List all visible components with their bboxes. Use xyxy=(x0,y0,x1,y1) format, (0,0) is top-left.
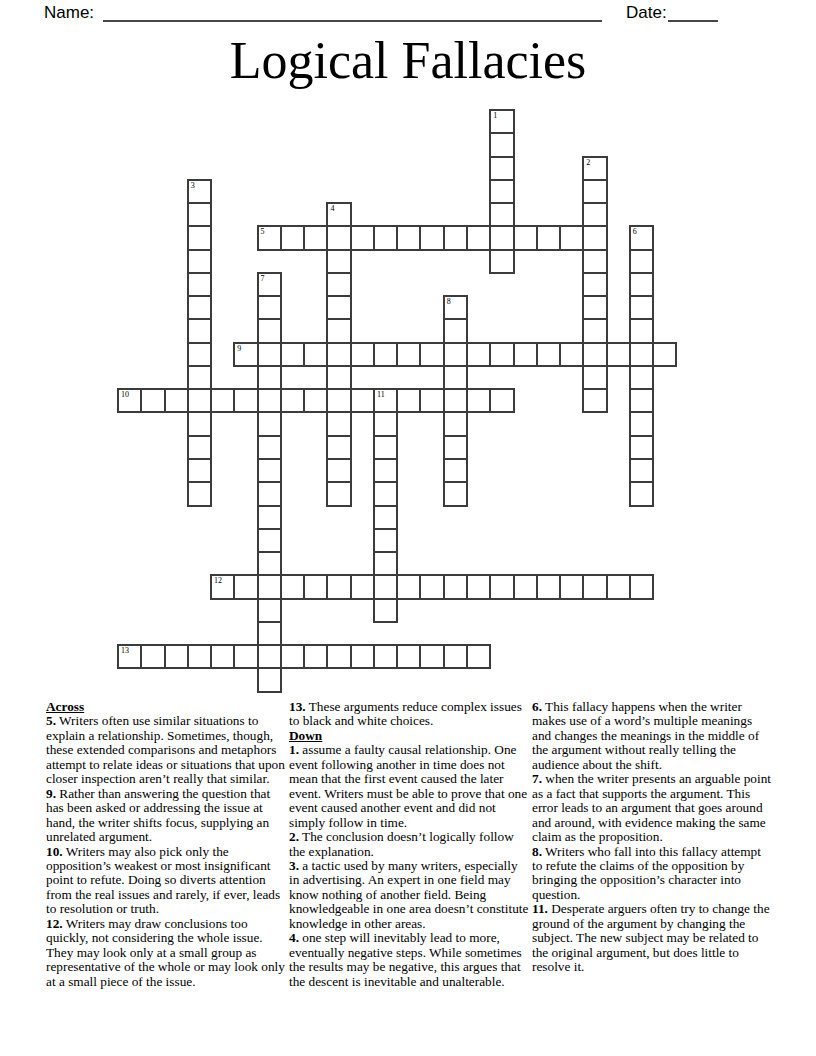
clue-2: 2. The conclusion doesn’t logically foll… xyxy=(289,830,530,859)
cell-number: 3 xyxy=(191,181,195,190)
grid-cell[interactable] xyxy=(396,388,421,413)
grid-cell[interactable] xyxy=(350,342,375,367)
grid-cell[interactable] xyxy=(466,225,491,250)
grid-cell[interactable] xyxy=(303,225,328,250)
grid-cell[interactable] xyxy=(443,225,468,250)
grid-cell[interactable] xyxy=(187,342,212,367)
name-label: Name: xyxy=(44,3,94,22)
grid-cell[interactable] xyxy=(257,644,282,669)
grid-cell[interactable] xyxy=(350,644,375,669)
grid-cell[interactable] xyxy=(489,202,514,227)
grid-cell[interactable] xyxy=(629,342,654,367)
grid-cell[interactable] xyxy=(257,388,282,413)
date-fill-line[interactable] xyxy=(668,4,718,22)
grid-cell[interactable] xyxy=(257,481,282,506)
grid-cell[interactable] xyxy=(629,295,654,320)
grid-cell[interactable] xyxy=(419,225,444,250)
grid-cell[interactable] xyxy=(419,644,444,669)
cell-number: 10 xyxy=(121,390,129,399)
grid-cell[interactable] xyxy=(582,272,607,297)
grid-cell[interactable] xyxy=(582,365,607,390)
grid-cell[interactable] xyxy=(303,342,328,367)
grid-cell[interactable] xyxy=(164,388,189,413)
grid-cell[interactable]: 6 xyxy=(629,225,654,250)
grid-cell[interactable]: 9 xyxy=(233,342,258,367)
grid-cell[interactable] xyxy=(257,598,282,623)
grid-cell[interactable] xyxy=(489,132,514,157)
grid-cell[interactable] xyxy=(233,388,258,413)
grid-cell[interactable] xyxy=(582,318,607,343)
grid-cell[interactable] xyxy=(582,225,607,250)
grid-cell[interactable] xyxy=(326,458,351,483)
clue-number: 7. xyxy=(532,771,542,786)
cell-number: 11 xyxy=(377,390,385,399)
clue-8: 8. Writers who fall into this fallacy at… xyxy=(532,845,773,903)
grid-cell[interactable] xyxy=(582,388,607,413)
grid-cell[interactable] xyxy=(326,481,351,506)
grid-cell[interactable] xyxy=(280,342,305,367)
clue-3: 3. a tactic used by many writers, especi… xyxy=(289,859,530,931)
grid-cell[interactable] xyxy=(513,225,538,250)
cell-number: 2 xyxy=(586,158,590,167)
clue-column: 6. This fallacy happens when the writer … xyxy=(532,700,773,989)
grid-cell[interactable] xyxy=(443,342,468,367)
grid-cell[interactable]: 11 xyxy=(373,388,398,413)
grid-cell[interactable] xyxy=(559,342,584,367)
grid-cell[interactable] xyxy=(210,644,235,669)
crossword-grid: 12345678910111213 xyxy=(118,110,676,692)
grid-cell[interactable]: 12 xyxy=(210,574,235,599)
grid-cell[interactable] xyxy=(326,435,351,460)
clue-4: 4. one step will inevitably lead to more… xyxy=(289,931,530,989)
grid-cell[interactable] xyxy=(629,411,654,436)
grid-cell[interactable] xyxy=(606,342,631,367)
clue-number: 12. xyxy=(46,916,63,931)
grid-cell[interactable] xyxy=(466,574,491,599)
grid-cell[interactable] xyxy=(187,435,212,460)
grid-cell[interactable] xyxy=(652,342,677,367)
grid-cell[interactable] xyxy=(466,644,491,669)
grid-cell[interactable] xyxy=(559,574,584,599)
cell-number: 13 xyxy=(121,646,129,655)
grid-cell[interactable] xyxy=(419,388,444,413)
grid-cell[interactable] xyxy=(629,458,654,483)
clue-5: 5. Writers often use similar situations … xyxy=(46,714,287,786)
grid-cell[interactable] xyxy=(582,179,607,204)
cell-number: 1 xyxy=(493,111,497,120)
grid-cell[interactable] xyxy=(187,249,212,274)
grid-cell[interactable] xyxy=(629,272,654,297)
grid-cell[interactable] xyxy=(326,411,351,436)
grid-cell[interactable] xyxy=(443,574,468,599)
grid-cell[interactable] xyxy=(187,318,212,343)
grid-cell[interactable] xyxy=(187,225,212,250)
grid-cell[interactable] xyxy=(257,411,282,436)
grid-cell[interactable] xyxy=(326,365,351,390)
grid-cell[interactable] xyxy=(582,249,607,274)
grid-cell[interactable] xyxy=(489,225,514,250)
grid-cell[interactable] xyxy=(257,528,282,553)
cell-number: 7 xyxy=(261,274,265,283)
grid-cell[interactable] xyxy=(373,225,398,250)
grid-cell[interactable] xyxy=(443,388,468,413)
clue-number: 9. xyxy=(46,786,56,801)
grid-cell[interactable] xyxy=(257,551,282,576)
clue-number: 13. xyxy=(289,699,306,714)
grid-cell[interactable] xyxy=(257,505,282,530)
grid-cell[interactable] xyxy=(536,225,561,250)
grid-cell[interactable] xyxy=(280,574,305,599)
grid-cell[interactable] xyxy=(187,411,212,436)
grid-cell[interactable] xyxy=(187,388,212,413)
clues-section: Across5. Writers often use similar situa… xyxy=(46,700,773,989)
cell-number: 6 xyxy=(633,227,637,236)
grid-cell[interactable] xyxy=(536,574,561,599)
grid-cell[interactable] xyxy=(396,574,421,599)
grid-cell[interactable] xyxy=(373,551,398,576)
grid-cell[interactable] xyxy=(466,342,491,367)
grid-cell[interactable] xyxy=(326,272,351,297)
grid-cell[interactable]: 10 xyxy=(117,388,142,413)
grid-cell[interactable] xyxy=(373,458,398,483)
grid-cell[interactable] xyxy=(257,667,282,692)
grid-cell[interactable] xyxy=(187,295,212,320)
grid-cell[interactable] xyxy=(443,435,468,460)
grid-cell[interactable] xyxy=(489,156,514,181)
grid-cell[interactable] xyxy=(233,644,258,669)
grid-cell[interactable] xyxy=(466,388,491,413)
grid-cell[interactable] xyxy=(350,225,375,250)
grid-cell[interactable] xyxy=(303,574,328,599)
date-label: Date: xyxy=(626,3,667,22)
grid-cell[interactable] xyxy=(629,574,654,599)
grid-cell[interactable] xyxy=(257,318,282,343)
cell-number: 8 xyxy=(447,297,451,306)
grid-cell[interactable] xyxy=(629,318,654,343)
cell-number: 12 xyxy=(214,576,222,585)
grid-cell[interactable] xyxy=(513,342,538,367)
grid-cell[interactable] xyxy=(164,644,189,669)
grid-cell[interactable] xyxy=(396,342,421,367)
grid-cell[interactable] xyxy=(280,225,305,250)
grid-cell[interactable] xyxy=(373,481,398,506)
grid-cell[interactable] xyxy=(326,225,351,250)
grid-cell[interactable] xyxy=(629,249,654,274)
grid-cell[interactable] xyxy=(187,458,212,483)
grid-cell[interactable] xyxy=(187,272,212,297)
cell-number: 9 xyxy=(237,344,241,353)
grid-cell[interactable] xyxy=(396,644,421,669)
grid-cell[interactable] xyxy=(419,342,444,367)
grid-cell[interactable]: 13 xyxy=(117,644,142,669)
grid-cell[interactable] xyxy=(489,179,514,204)
grid-cell[interactable] xyxy=(582,574,607,599)
grid-cell[interactable]: 4 xyxy=(326,202,351,227)
grid-cell[interactable] xyxy=(326,318,351,343)
grid-cell[interactable] xyxy=(373,411,398,436)
grid-cell[interactable] xyxy=(489,342,514,367)
grid-cell[interactable] xyxy=(443,644,468,669)
across-header: Across xyxy=(46,700,287,714)
grid-cell[interactable] xyxy=(629,365,654,390)
grid-cell[interactable] xyxy=(443,365,468,390)
clue-11: 11. Desperate arguers often try to chang… xyxy=(532,902,773,974)
cell-number: 5 xyxy=(261,227,265,236)
grid-cell[interactable] xyxy=(582,342,607,367)
clue-1: 1. assume a faulty causal relationship. … xyxy=(289,743,530,830)
clue-number: 2. xyxy=(289,829,299,844)
grid-cell[interactable] xyxy=(257,621,282,646)
clue-number: 5. xyxy=(46,713,56,728)
name-fill-line[interactable] xyxy=(103,4,602,22)
worksheet-title: Logical Fallacies xyxy=(0,33,816,89)
grid-cell[interactable] xyxy=(210,388,235,413)
clue-number: 6. xyxy=(532,699,542,714)
grid-cell[interactable] xyxy=(373,435,398,460)
grid-cell[interactable] xyxy=(303,388,328,413)
clue-column: Across5. Writers often use similar situa… xyxy=(46,700,287,989)
grid-cell[interactable] xyxy=(489,249,514,274)
grid-cell[interactable] xyxy=(536,342,561,367)
grid-cell[interactable] xyxy=(629,388,654,413)
grid-cell[interactable] xyxy=(373,505,398,530)
grid-cell[interactable] xyxy=(187,202,212,227)
grid-cell[interactable] xyxy=(280,388,305,413)
clue-number: 1. xyxy=(289,742,299,757)
grid-cell[interactable] xyxy=(326,342,351,367)
grid-cell[interactable] xyxy=(629,435,654,460)
clue-number: 8. xyxy=(532,844,542,859)
grid-cell[interactable] xyxy=(140,644,165,669)
grid-cell[interactable] xyxy=(326,249,351,274)
grid-cell[interactable] xyxy=(187,481,212,506)
grid-cell[interactable] xyxy=(443,411,468,436)
clue-number: 3. xyxy=(289,858,299,873)
clue-9: 9. Rather than answering the question th… xyxy=(46,787,287,845)
grid-cell[interactable]: 3 xyxy=(187,179,212,204)
clue-7: 7. when the writer presents an arguable … xyxy=(532,772,773,844)
clue-number: 11. xyxy=(532,901,548,916)
down-header: Down xyxy=(289,729,530,743)
grid-cell[interactable] xyxy=(350,388,375,413)
grid-cell[interactable] xyxy=(396,225,421,250)
grid-cell[interactable] xyxy=(373,342,398,367)
cell-number: 4 xyxy=(330,204,334,213)
grid-cell[interactable] xyxy=(280,644,305,669)
worksheet-page: Name: Date: Logical Fallacies 1234567891… xyxy=(0,0,816,1056)
grid-cell[interactable] xyxy=(187,644,212,669)
grid-cell[interactable]: 5 xyxy=(257,225,282,250)
grid-cell[interactable] xyxy=(257,342,282,367)
clue-13: 13. These arguments reduce complex issue… xyxy=(289,700,530,729)
grid-cell[interactable] xyxy=(373,598,398,623)
clue-12: 12. Writers may draw conclusions too qui… xyxy=(46,917,287,989)
grid-cell[interactable] xyxy=(373,528,398,553)
clue-number: 10. xyxy=(46,844,63,859)
grid-cell[interactable] xyxy=(489,388,514,413)
grid-cell[interactable] xyxy=(582,295,607,320)
clue-column: 13. These arguments reduce complex issue… xyxy=(289,700,530,989)
grid-cell[interactable] xyxy=(373,644,398,669)
clue-6: 6. This fallacy happens when the writer … xyxy=(532,700,773,772)
grid-cell[interactable] xyxy=(443,481,468,506)
grid-cell[interactable] xyxy=(257,435,282,460)
grid-cell[interactable]: 7 xyxy=(257,272,282,297)
grid-cell[interactable] xyxy=(257,458,282,483)
grid-cell[interactable] xyxy=(606,574,631,599)
grid-cell[interactable] xyxy=(303,644,328,669)
grid-cell[interactable] xyxy=(233,574,258,599)
grid-cell[interactable] xyxy=(257,365,282,390)
grid-cell[interactable] xyxy=(350,574,375,599)
grid-cell[interactable] xyxy=(373,574,398,599)
grid-cell[interactable] xyxy=(326,295,351,320)
grid-cell[interactable] xyxy=(582,202,607,227)
grid-cell[interactable] xyxy=(489,574,514,599)
grid-cell[interactable] xyxy=(326,644,351,669)
grid-cell[interactable]: 1 xyxy=(489,109,514,134)
grid-cell[interactable] xyxy=(443,458,468,483)
grid-cell[interactable] xyxy=(326,574,351,599)
grid-cell[interactable]: 8 xyxy=(443,295,468,320)
grid-cell[interactable] xyxy=(187,365,212,390)
grid-cell[interactable] xyxy=(257,574,282,599)
clue-10: 10. Writers may also pick only the oppos… xyxy=(46,845,287,917)
grid-cell[interactable] xyxy=(559,225,584,250)
grid-cell[interactable] xyxy=(419,574,444,599)
grid-cell[interactable]: 2 xyxy=(582,156,607,181)
grid-cell[interactable] xyxy=(513,574,538,599)
clue-number: 4. xyxy=(289,930,299,945)
grid-cell[interactable] xyxy=(629,481,654,506)
grid-cell[interactable] xyxy=(326,388,351,413)
grid-cell[interactable] xyxy=(443,318,468,343)
grid-cell[interactable] xyxy=(257,295,282,320)
grid-cell[interactable] xyxy=(140,388,165,413)
